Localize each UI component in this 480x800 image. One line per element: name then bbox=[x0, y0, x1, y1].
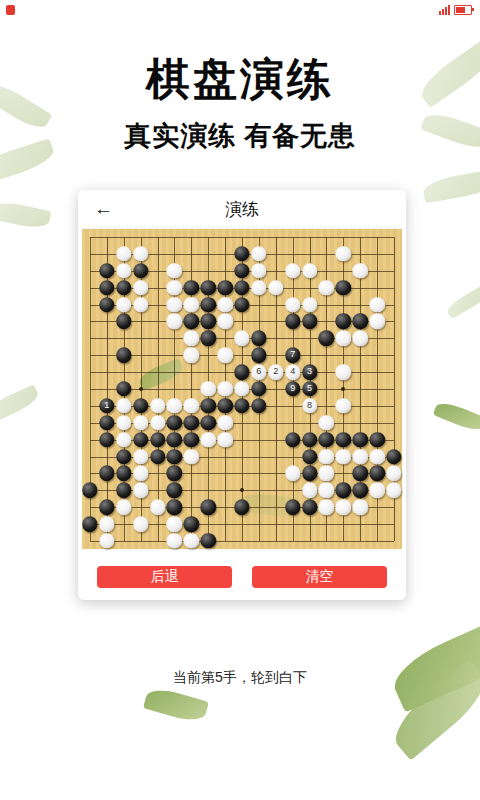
stone-black bbox=[353, 466, 368, 481]
stone-white bbox=[319, 280, 334, 295]
stone-black bbox=[217, 398, 232, 413]
stone-white bbox=[167, 297, 182, 312]
stone-white bbox=[217, 297, 232, 312]
stone-black bbox=[82, 483, 97, 498]
stone-black bbox=[234, 297, 249, 312]
stone-white bbox=[319, 500, 334, 515]
stone-white bbox=[184, 348, 199, 363]
stone-white bbox=[369, 297, 384, 312]
stone-black bbox=[201, 398, 216, 413]
stone-white bbox=[217, 381, 232, 396]
stone-white bbox=[116, 432, 131, 447]
phone-screen: 棋盘演练 真实演练 有备无患 ← 演练 762439518 后退 清空 当前第5… bbox=[0, 0, 480, 800]
notification-icon bbox=[6, 5, 15, 15]
status-icons bbox=[439, 5, 472, 15]
stone-white bbox=[167, 398, 182, 413]
stone-black bbox=[319, 432, 334, 447]
stone-white bbox=[336, 398, 351, 413]
bamboo-leaf-decoration bbox=[0, 384, 41, 424]
stone-black bbox=[201, 533, 216, 548]
stone-black bbox=[167, 449, 182, 464]
stone-black-move-3: 3 bbox=[302, 364, 317, 379]
stone-white bbox=[353, 500, 368, 515]
stone-white bbox=[369, 449, 384, 464]
stone-black bbox=[285, 500, 300, 515]
stone-black bbox=[167, 415, 182, 430]
stone-black bbox=[234, 263, 249, 278]
stone-white bbox=[150, 398, 165, 413]
stone-white bbox=[133, 246, 148, 261]
app-bar-title: 演练 bbox=[225, 198, 259, 221]
bamboo-leaf-decoration bbox=[422, 169, 480, 204]
bamboo-leaf-decoration bbox=[143, 685, 209, 725]
stone-white bbox=[234, 381, 249, 396]
stone-black bbox=[353, 314, 368, 329]
stone-white bbox=[133, 449, 148, 464]
stone-black bbox=[150, 449, 165, 464]
stone-black bbox=[234, 364, 249, 379]
stone-white bbox=[116, 246, 131, 261]
stone-white bbox=[234, 331, 249, 346]
stone-black bbox=[116, 449, 131, 464]
bamboo-leaf-decoration bbox=[433, 399, 480, 434]
stone-white bbox=[217, 348, 232, 363]
stone-black bbox=[133, 263, 148, 278]
status-bar bbox=[0, 0, 480, 22]
stone-black-move-7: 7 bbox=[285, 348, 300, 363]
stone-white bbox=[184, 533, 199, 548]
stone-black bbox=[167, 466, 182, 481]
stone-white bbox=[302, 297, 317, 312]
stone-black bbox=[167, 432, 182, 447]
stone-black bbox=[353, 432, 368, 447]
stone-black-move-1: 1 bbox=[99, 398, 114, 413]
stone-white bbox=[116, 297, 131, 312]
stone-black bbox=[99, 500, 114, 515]
stone-black bbox=[201, 331, 216, 346]
app-card: ← 演练 762439518 后退 清空 bbox=[78, 190, 406, 600]
stone-white bbox=[184, 297, 199, 312]
stone-black-move-9: 9 bbox=[285, 381, 300, 396]
stone-white-move-6: 6 bbox=[251, 364, 266, 379]
move-status-text: 当前第5手，轮到白下 bbox=[0, 669, 480, 687]
stone-black bbox=[302, 449, 317, 464]
stone-black bbox=[116, 381, 131, 396]
stone-black bbox=[234, 280, 249, 295]
stone-white bbox=[217, 314, 232, 329]
stone-white-move-4: 4 bbox=[285, 364, 300, 379]
stone-black bbox=[116, 280, 131, 295]
stone-white bbox=[251, 280, 266, 295]
stone-black bbox=[369, 466, 384, 481]
stone-black bbox=[336, 280, 351, 295]
stone-black bbox=[336, 314, 351, 329]
stone-black-move-5: 5 bbox=[302, 381, 317, 396]
stone-black bbox=[201, 415, 216, 430]
stone-white bbox=[167, 280, 182, 295]
star-point bbox=[139, 387, 143, 391]
stone-white bbox=[201, 432, 216, 447]
stone-black bbox=[99, 415, 114, 430]
bamboo-leaf-decoration bbox=[445, 285, 480, 320]
signal-bars-icon bbox=[439, 5, 450, 15]
stone-white bbox=[251, 263, 266, 278]
stone-black bbox=[319, 331, 334, 346]
stone-white bbox=[184, 398, 199, 413]
stone-black bbox=[184, 516, 199, 531]
stone-black bbox=[217, 280, 232, 295]
stone-white bbox=[116, 263, 131, 278]
stone-white bbox=[201, 381, 216, 396]
stone-white bbox=[369, 483, 384, 498]
stone-white bbox=[336, 331, 351, 346]
stone-black bbox=[184, 415, 199, 430]
stone-black bbox=[302, 500, 317, 515]
back-arrow-icon[interactable]: ← bbox=[94, 197, 113, 221]
stone-white bbox=[133, 415, 148, 430]
stone-white bbox=[386, 466, 401, 481]
stone-black bbox=[167, 483, 182, 498]
stone-white bbox=[319, 449, 334, 464]
stone-black bbox=[336, 483, 351, 498]
clear-button[interactable]: 清空 bbox=[252, 566, 387, 588]
stone-white bbox=[302, 483, 317, 498]
stone-black bbox=[302, 466, 317, 481]
stone-white bbox=[116, 500, 131, 515]
stone-black bbox=[386, 449, 401, 464]
stone-white bbox=[150, 500, 165, 515]
stone-white bbox=[285, 263, 300, 278]
stone-black bbox=[251, 348, 266, 363]
stone-black bbox=[116, 483, 131, 498]
stone-black bbox=[302, 314, 317, 329]
stone-white bbox=[133, 280, 148, 295]
stone-white bbox=[353, 263, 368, 278]
stone-white bbox=[133, 483, 148, 498]
stone-white bbox=[336, 500, 351, 515]
stone-white bbox=[133, 297, 148, 312]
stone-black bbox=[201, 297, 216, 312]
stone-black bbox=[99, 432, 114, 447]
bamboo-leaf-decoration bbox=[386, 616, 480, 713]
stone-white bbox=[369, 314, 384, 329]
star-point bbox=[240, 488, 244, 492]
stone-black bbox=[184, 432, 199, 447]
stone-black bbox=[99, 263, 114, 278]
stone-black bbox=[133, 432, 148, 447]
battery-icon bbox=[454, 5, 472, 15]
page-subtitle: 真实演练 有备无患 bbox=[0, 118, 480, 154]
stone-white bbox=[167, 516, 182, 531]
stone-black bbox=[99, 466, 114, 481]
stone-white bbox=[336, 364, 351, 379]
stone-white bbox=[217, 432, 232, 447]
page-title: 棋盘演练 bbox=[0, 50, 480, 109]
stone-black bbox=[150, 432, 165, 447]
stone-white bbox=[99, 533, 114, 548]
stone-black bbox=[285, 314, 300, 329]
stone-white bbox=[184, 331, 199, 346]
stone-white bbox=[167, 533, 182, 548]
board-actions: 后退 清空 bbox=[78, 566, 406, 588]
star-point bbox=[341, 387, 345, 391]
stone-black bbox=[99, 280, 114, 295]
stone-white bbox=[386, 483, 401, 498]
stone-black bbox=[82, 516, 97, 531]
stone-white bbox=[285, 297, 300, 312]
bamboo-leaf-on-board bbox=[136, 358, 185, 391]
stone-white bbox=[353, 449, 368, 464]
stone-white-move-8: 8 bbox=[302, 398, 317, 413]
stone-black bbox=[201, 280, 216, 295]
stone-white bbox=[319, 415, 334, 430]
stone-black bbox=[302, 432, 317, 447]
stone-white bbox=[319, 483, 334, 498]
stone-white bbox=[99, 516, 114, 531]
stone-black bbox=[285, 432, 300, 447]
stone-black bbox=[184, 314, 199, 329]
bamboo-leaf-decoration bbox=[0, 199, 51, 231]
stone-white bbox=[116, 415, 131, 430]
stone-black bbox=[251, 398, 266, 413]
stone-black bbox=[251, 331, 266, 346]
stone-white-move-2: 2 bbox=[268, 364, 283, 379]
stone-black bbox=[116, 348, 131, 363]
stone-black bbox=[251, 381, 266, 396]
undo-button[interactable]: 后退 bbox=[97, 566, 232, 588]
stone-white bbox=[336, 246, 351, 261]
stone-white bbox=[353, 331, 368, 346]
stone-black bbox=[116, 466, 131, 481]
stone-black bbox=[133, 398, 148, 413]
stone-black bbox=[369, 432, 384, 447]
stone-white bbox=[268, 280, 283, 295]
stone-black bbox=[234, 398, 249, 413]
stone-white bbox=[133, 516, 148, 531]
stone-white bbox=[133, 466, 148, 481]
stone-black bbox=[234, 500, 249, 515]
stone-white bbox=[336, 449, 351, 464]
stone-black bbox=[99, 297, 114, 312]
stone-white bbox=[167, 263, 182, 278]
stone-black bbox=[201, 314, 216, 329]
go-board[interactable]: 762439518 bbox=[82, 229, 402, 549]
stone-white bbox=[116, 398, 131, 413]
stone-black bbox=[234, 246, 249, 261]
stone-black bbox=[201, 500, 216, 515]
stone-white bbox=[302, 263, 317, 278]
stone-black bbox=[336, 432, 351, 447]
stone-black bbox=[167, 500, 182, 515]
stone-white bbox=[184, 449, 199, 464]
app-bar: ← 演练 bbox=[78, 190, 406, 229]
stone-white bbox=[167, 314, 182, 329]
stone-black bbox=[184, 280, 199, 295]
stone-white bbox=[319, 466, 334, 481]
stone-black bbox=[116, 314, 131, 329]
stone-white bbox=[285, 466, 300, 481]
stone-black bbox=[353, 483, 368, 498]
stone-white bbox=[150, 415, 165, 430]
stone-white bbox=[217, 415, 232, 430]
stone-white bbox=[251, 246, 266, 261]
